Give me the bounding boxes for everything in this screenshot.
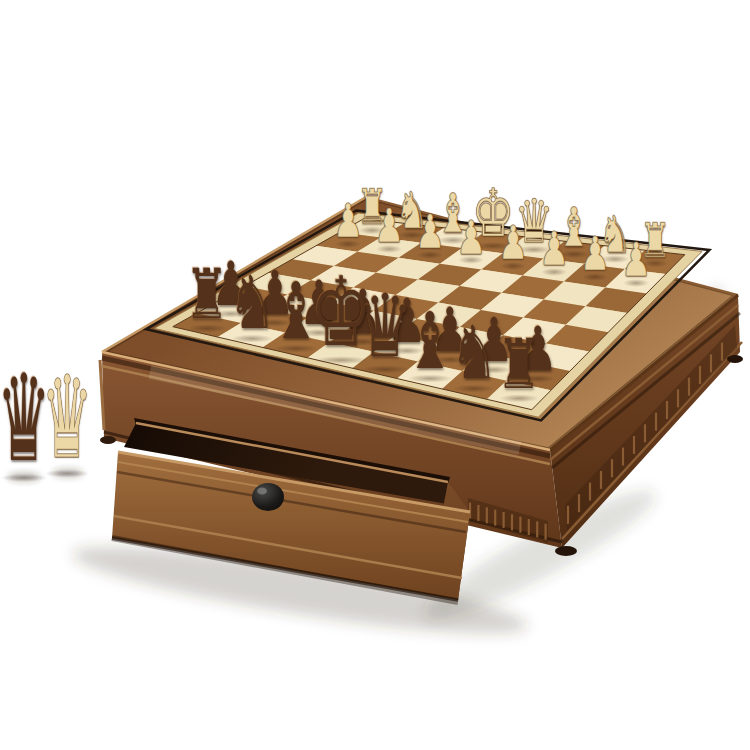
box-foot [727, 355, 743, 363]
chess-box-render [0, 0, 750, 750]
drawer-knob [252, 483, 284, 511]
chess-set-photo: ♜︎♞︎♝︎♛︎♚︎♝︎♞︎♜︎♟︎♟︎♟︎♟︎♟︎♟︎♟︎♟︎♟︎♟︎♟︎♟︎… [0, 0, 750, 750]
box-foot [100, 436, 116, 444]
box-foot [555, 546, 577, 556]
